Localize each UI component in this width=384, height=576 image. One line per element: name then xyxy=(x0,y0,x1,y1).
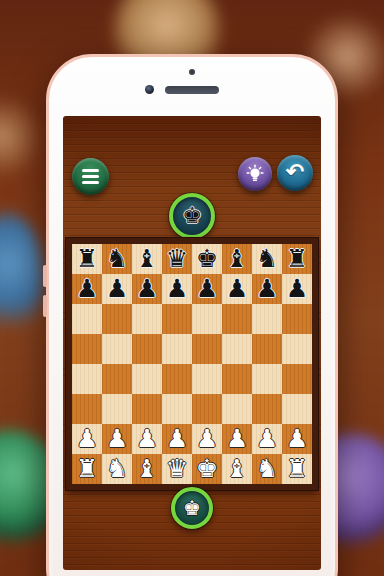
volume-down-button xyxy=(43,295,47,317)
square-b7[interactable]: ♟ xyxy=(102,274,132,304)
square-f4[interactable] xyxy=(222,364,252,394)
phone-frame: ↶ ♚ ♜♞♝♛♚♝♞♜♟♟♟♟♟♟♟♟♟♟♟♟♟♟♟♟♜♞♝♛♚♝♞♜ ♚ xyxy=(46,54,338,576)
white-pawn[interactable]: ♟ xyxy=(226,426,248,451)
square-e6[interactable] xyxy=(192,304,222,334)
white-rook[interactable]: ♜ xyxy=(76,456,98,481)
white-pawn[interactable]: ♟ xyxy=(106,426,128,451)
square-a6[interactable] xyxy=(72,304,102,334)
proximity-sensor xyxy=(189,69,195,75)
square-d2[interactable]: ♟ xyxy=(162,424,192,454)
square-e3[interactable] xyxy=(192,394,222,424)
white-pawn[interactable]: ♟ xyxy=(286,426,308,451)
square-b3[interactable] xyxy=(102,394,132,424)
black-rook[interactable]: ♜ xyxy=(286,246,308,271)
square-a3[interactable] xyxy=(72,394,102,424)
square-d1[interactable]: ♛ xyxy=(162,454,192,484)
square-e8[interactable]: ♚ xyxy=(192,244,222,274)
square-b1[interactable]: ♞ xyxy=(102,454,132,484)
hint-button[interactable] xyxy=(238,157,272,191)
white-king[interactable]: ♚ xyxy=(196,456,218,481)
square-g2[interactable]: ♟ xyxy=(252,424,282,454)
black-rook[interactable]: ♜ xyxy=(76,246,98,271)
white-knight[interactable]: ♞ xyxy=(256,456,278,481)
chess-board: ♜♞♝♛♚♝♞♜♟♟♟♟♟♟♟♟♟♟♟♟♟♟♟♟♜♞♝♛♚♝♞♜ xyxy=(66,238,318,490)
white-pawn[interactable]: ♟ xyxy=(196,426,218,451)
lightbulb-icon xyxy=(244,163,266,185)
undo-arrow-icon: ↶ xyxy=(286,161,304,183)
square-e4[interactable] xyxy=(192,364,222,394)
app-screen: ↶ ♚ ♜♞♝♛♚♝♞♜♟♟♟♟♟♟♟♟♟♟♟♟♟♟♟♟♜♞♝♛♚♝♞♜ ♚ xyxy=(63,116,321,570)
square-d6[interactable] xyxy=(162,304,192,334)
white-pawn[interactable]: ♟ xyxy=(166,426,188,451)
white-pawn[interactable]: ♟ xyxy=(76,426,98,451)
square-c4[interactable] xyxy=(132,364,162,394)
square-a8[interactable]: ♜ xyxy=(72,244,102,274)
black-king-icon: ♚ xyxy=(182,205,202,227)
volume-up-button xyxy=(43,265,47,287)
black-knight[interactable]: ♞ xyxy=(256,246,278,271)
square-a5[interactable] xyxy=(72,334,102,364)
square-b2[interactable]: ♟ xyxy=(102,424,132,454)
undo-button[interactable]: ↶ xyxy=(277,155,313,191)
black-queen[interactable]: ♛ xyxy=(166,246,188,271)
square-f2[interactable]: ♟ xyxy=(222,424,252,454)
square-e5[interactable] xyxy=(192,334,222,364)
square-c8[interactable]: ♝ xyxy=(132,244,162,274)
square-h1[interactable]: ♜ xyxy=(282,454,312,484)
square-b8[interactable]: ♞ xyxy=(102,244,132,274)
square-b4[interactable] xyxy=(102,364,132,394)
square-h7[interactable]: ♟ xyxy=(282,274,312,304)
square-h5[interactable] xyxy=(282,334,312,364)
square-c1[interactable]: ♝ xyxy=(132,454,162,484)
square-d8[interactable]: ♛ xyxy=(162,244,192,274)
black-pawn[interactable]: ♟ xyxy=(136,276,158,301)
white-pawn[interactable]: ♟ xyxy=(136,426,158,451)
square-g1[interactable]: ♞ xyxy=(252,454,282,484)
square-b5[interactable] xyxy=(102,334,132,364)
scene: ↶ ♚ ♜♞♝♛♚♝♞♜♟♟♟♟♟♟♟♟♟♟♟♟♟♟♟♟♜♞♝♛♚♝♞♜ ♚ xyxy=(0,0,384,576)
blurred-highlight-left xyxy=(0,92,42,182)
square-a1[interactable]: ♜ xyxy=(72,454,102,484)
black-knight[interactable]: ♞ xyxy=(106,246,128,271)
white-player-indicator: ♚ xyxy=(171,487,213,529)
square-f3[interactable] xyxy=(222,394,252,424)
square-f6[interactable] xyxy=(222,304,252,334)
square-a4[interactable] xyxy=(72,364,102,394)
square-h2[interactable]: ♟ xyxy=(282,424,312,454)
square-a2[interactable]: ♟ xyxy=(72,424,102,454)
square-f8[interactable]: ♝ xyxy=(222,244,252,274)
black-pawn[interactable]: ♟ xyxy=(106,276,128,301)
square-d3[interactable] xyxy=(162,394,192,424)
square-h6[interactable] xyxy=(282,304,312,334)
square-h8[interactable]: ♜ xyxy=(282,244,312,274)
black-pawn[interactable]: ♟ xyxy=(166,276,188,301)
white-knight[interactable]: ♞ xyxy=(106,456,128,481)
black-bishop[interactable]: ♝ xyxy=(226,246,248,271)
black-player-indicator: ♚ xyxy=(169,193,215,239)
square-g5[interactable] xyxy=(252,334,282,364)
white-king-icon: ♚ xyxy=(183,498,201,518)
square-c6[interactable] xyxy=(132,304,162,334)
square-c7[interactable]: ♟ xyxy=(132,274,162,304)
square-d4[interactable] xyxy=(162,364,192,394)
square-b6[interactable] xyxy=(102,304,132,334)
square-g4[interactable] xyxy=(252,364,282,394)
square-c5[interactable] xyxy=(132,334,162,364)
white-bishop[interactable]: ♝ xyxy=(226,456,248,481)
earpiece-speaker xyxy=(165,86,219,94)
black-king[interactable]: ♚ xyxy=(196,246,218,271)
square-d7[interactable]: ♟ xyxy=(162,274,192,304)
white-bishop[interactable]: ♝ xyxy=(136,456,158,481)
square-c2[interactable]: ♟ xyxy=(132,424,162,454)
white-queen[interactable]: ♛ xyxy=(166,456,188,481)
square-f7[interactable]: ♟ xyxy=(222,274,252,304)
hamburger-menu-icon xyxy=(82,169,99,184)
square-f1[interactable]: ♝ xyxy=(222,454,252,484)
square-e7[interactable]: ♟ xyxy=(192,274,222,304)
square-g7[interactable]: ♟ xyxy=(252,274,282,304)
white-pawn[interactable]: ♟ xyxy=(256,426,278,451)
square-g3[interactable] xyxy=(252,394,282,424)
black-bishop[interactable]: ♝ xyxy=(136,246,158,271)
square-c3[interactable] xyxy=(132,394,162,424)
menu-button[interactable] xyxy=(72,158,109,195)
square-f5[interactable] xyxy=(222,334,252,364)
black-pawn[interactable]: ♟ xyxy=(286,276,308,301)
black-pawn[interactable]: ♟ xyxy=(226,276,248,301)
black-pawn[interactable]: ♟ xyxy=(196,276,218,301)
black-pawn[interactable]: ♟ xyxy=(76,276,98,301)
square-e1[interactable]: ♚ xyxy=(192,454,222,484)
square-h4[interactable] xyxy=(282,364,312,394)
white-rook[interactable]: ♜ xyxy=(286,456,308,481)
black-pawn[interactable]: ♟ xyxy=(256,276,278,301)
square-g6[interactable] xyxy=(252,304,282,334)
square-h3[interactable] xyxy=(282,394,312,424)
square-a7[interactable]: ♟ xyxy=(72,274,102,304)
front-camera xyxy=(145,85,154,94)
square-d5[interactable] xyxy=(162,334,192,364)
square-e2[interactable]: ♟ xyxy=(192,424,222,454)
blue-ball xyxy=(0,212,44,342)
square-g8[interactable]: ♞ xyxy=(252,244,282,274)
